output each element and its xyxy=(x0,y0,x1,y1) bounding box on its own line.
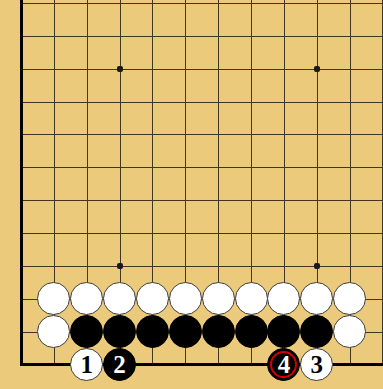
stone-white[interactable] xyxy=(37,282,70,315)
go-board[interactable]: 1243 xyxy=(0,0,383,389)
stone-white[interactable] xyxy=(300,282,333,315)
star-point xyxy=(314,263,320,269)
stone-white[interactable] xyxy=(202,282,235,315)
stone-black[interactable] xyxy=(169,315,202,348)
move-4-stone-black[interactable]: 4 xyxy=(267,348,300,381)
stone-black[interactable] xyxy=(235,315,268,348)
stone-black[interactable] xyxy=(267,315,300,348)
star-point xyxy=(314,66,320,72)
star-point xyxy=(117,66,123,72)
stone-black[interactable] xyxy=(202,315,235,348)
stone-white[interactable] xyxy=(103,282,136,315)
move-3-stone-white[interactable]: 3 xyxy=(300,348,333,381)
stone-white[interactable] xyxy=(333,315,366,348)
move-1-stone-white[interactable]: 1 xyxy=(70,348,103,381)
star-point xyxy=(117,263,123,269)
stone-white[interactable] xyxy=(333,282,366,315)
stone-white[interactable] xyxy=(136,282,169,315)
stone-black[interactable] xyxy=(300,315,333,348)
stone-white[interactable] xyxy=(169,282,202,315)
stone-black[interactable] xyxy=(136,315,169,348)
stone-black[interactable] xyxy=(103,315,136,348)
stone-white[interactable] xyxy=(37,315,70,348)
intersection-grid: 1243 xyxy=(5,0,383,381)
stone-white[interactable] xyxy=(267,282,300,315)
move-2-stone-black[interactable]: 2 xyxy=(103,348,136,381)
stone-white[interactable] xyxy=(235,282,268,315)
stone-black[interactable] xyxy=(70,315,103,348)
stone-white[interactable] xyxy=(70,282,103,315)
